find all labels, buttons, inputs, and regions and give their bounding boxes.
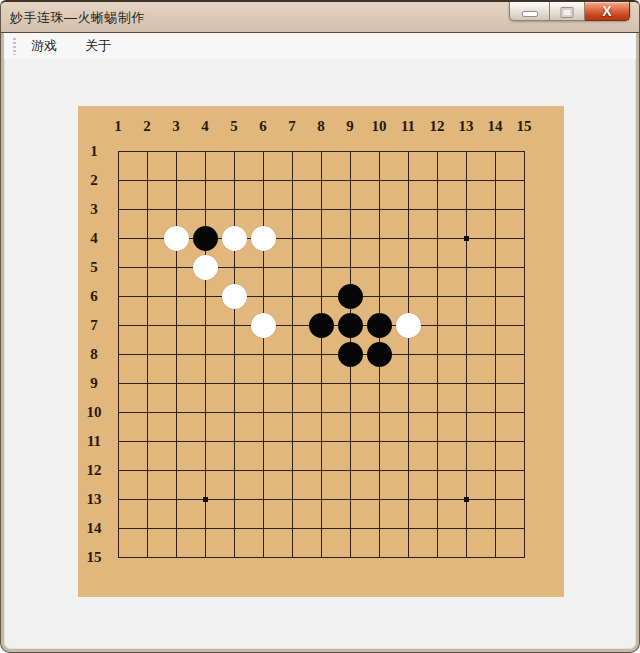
row-label: 15: [80, 543, 108, 572]
column-label: 8: [307, 111, 336, 141]
minimize-icon: [522, 11, 538, 17]
maximize-button[interactable]: [549, 2, 585, 21]
window-controls: X: [509, 2, 630, 21]
row-label: 4: [80, 224, 108, 253]
row-label: 5: [80, 253, 108, 282]
star-point: [464, 497, 469, 502]
row-label: 1: [80, 137, 108, 166]
column-label: 12: [423, 111, 452, 141]
column-label: 2: [133, 111, 162, 141]
white-stone: [251, 313, 276, 338]
row-label: 14: [80, 514, 108, 543]
column-label: 14: [481, 111, 510, 141]
row-label: 3: [80, 195, 108, 224]
row-label: 11: [80, 427, 108, 456]
row-label: 10: [80, 398, 108, 427]
column-label: 9: [336, 111, 365, 141]
black-stone: [367, 313, 392, 338]
board[interactable]: 1234567891011121314151234567891011121314…: [78, 106, 564, 597]
white-stone: [222, 284, 247, 309]
title-bar[interactable]: 妙手连珠—火蜥蜴制作 X: [1, 2, 639, 33]
row-label: 12: [80, 456, 108, 485]
close-button[interactable]: X: [585, 2, 630, 21]
black-stone: [309, 313, 334, 338]
white-stone: [222, 226, 247, 251]
row-label: 6: [80, 282, 108, 311]
close-icon: X: [602, 3, 611, 19]
white-stone: [193, 255, 218, 280]
minimize-button[interactable]: [509, 2, 549, 21]
client-area: 游戏 关于 1234567891011121314151234567891011…: [4, 33, 636, 649]
white-stone: [164, 226, 189, 251]
black-stone: [367, 342, 392, 367]
column-label: 7: [278, 111, 307, 141]
column-label: 15: [510, 111, 539, 141]
black-stone: [338, 342, 363, 367]
app-window: 妙手连珠—火蜥蜴制作 X 游戏 关于 123456789101112131415…: [0, 0, 640, 653]
column-label: 11: [394, 111, 423, 141]
white-stone: [396, 313, 421, 338]
column-label: 13: [452, 111, 481, 141]
black-stone: [338, 284, 363, 309]
column-label: 3: [162, 111, 191, 141]
star-point: [464, 236, 469, 241]
column-label: 4: [191, 111, 220, 141]
black-stone: [193, 226, 218, 251]
window-title: 妙手连珠—火蜥蜴制作: [10, 9, 145, 27]
row-label: 7: [80, 311, 108, 340]
maximize-icon: [561, 7, 574, 18]
row-label: 8: [80, 340, 108, 369]
star-point: [203, 497, 208, 502]
black-stone: [338, 313, 363, 338]
column-label: 5: [220, 111, 249, 141]
menu-bar: 游戏 关于: [4, 33, 636, 59]
row-label: 9: [80, 369, 108, 398]
menu-grip-icon: [13, 38, 16, 55]
menu-item-game[interactable]: 游戏: [18, 33, 70, 59]
menu-item-about[interactable]: 关于: [72, 33, 124, 59]
column-label: 10: [365, 111, 394, 141]
row-label: 13: [80, 485, 108, 514]
row-label: 2: [80, 166, 108, 195]
white-stone: [251, 226, 276, 251]
column-label: 6: [249, 111, 278, 141]
